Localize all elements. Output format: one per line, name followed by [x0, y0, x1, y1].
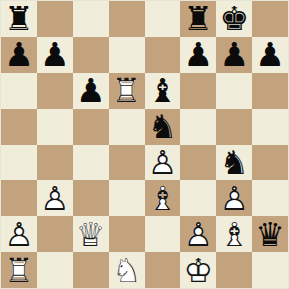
white-rook-a1[interactable]: ♜♖ [1, 252, 37, 288]
square-d1[interactable]: ♞♘ [109, 252, 145, 288]
square-h8[interactable] [252, 1, 288, 37]
square-c8[interactable] [73, 1, 109, 37]
black-pawn-h7[interactable]: ♟ [252, 37, 288, 73]
square-c6[interactable]: ♟ [73, 73, 109, 109]
square-a4[interactable] [1, 145, 37, 181]
white-pawn-a2[interactable]: ♟♙ [1, 216, 37, 252]
black-rook-f8[interactable]: ♜ [180, 1, 216, 37]
square-f4[interactable] [180, 145, 216, 181]
square-g7[interactable]: ♟ [216, 37, 252, 73]
square-g2[interactable]: ♝♗ [216, 216, 252, 252]
white-pawn-outline-icon: ♙ [1, 216, 37, 252]
square-a2[interactable]: ♟♙ [1, 216, 37, 252]
white-pawn-outline-icon: ♙ [37, 180, 73, 216]
square-c2[interactable]: ♛♕ [73, 216, 109, 252]
black-queen-h2[interactable]: ♛ [252, 216, 288, 252]
square-b1[interactable] [37, 252, 73, 288]
black-pawn-g7[interactable]: ♟ [216, 37, 252, 73]
square-e1[interactable] [145, 252, 181, 288]
square-d8[interactable] [109, 1, 145, 37]
square-d3[interactable] [109, 180, 145, 216]
square-e3[interactable]: ♝♗ [145, 180, 181, 216]
square-f2[interactable]: ♟♙ [180, 216, 216, 252]
square-h3[interactable] [252, 180, 288, 216]
white-pawn-outline-icon: ♙ [180, 216, 216, 252]
black-knight-g4[interactable]: ♞ [216, 145, 252, 181]
square-d2[interactable] [109, 216, 145, 252]
black-pawn-c6[interactable]: ♟ [73, 73, 109, 109]
square-c1[interactable] [73, 252, 109, 288]
square-a3[interactable] [1, 180, 37, 216]
white-rook-outline-icon: ♖ [1, 252, 37, 288]
square-a5[interactable] [1, 109, 37, 145]
square-h4[interactable] [252, 145, 288, 181]
white-pawn-b3[interactable]: ♟♙ [37, 180, 73, 216]
black-king-g8[interactable]: ♚ [216, 1, 252, 37]
square-a1[interactable]: ♜♖ [1, 252, 37, 288]
white-queen-c2[interactable]: ♛♕ [73, 216, 109, 252]
square-e6[interactable]: ♝ [145, 73, 181, 109]
square-f7[interactable]: ♟ [180, 37, 216, 73]
black-pawn-f7[interactable]: ♟ [180, 37, 216, 73]
square-c4[interactable] [73, 145, 109, 181]
white-king-f1[interactable]: ♚♔ [180, 252, 216, 288]
white-bishop-outline-icon: ♗ [145, 180, 181, 216]
white-bishop-outline-icon: ♗ [216, 216, 252, 252]
black-pawn-b7[interactable]: ♟ [37, 37, 73, 73]
white-rook-outline-icon: ♖ [109, 73, 145, 109]
square-d6[interactable]: ♜♖ [109, 73, 145, 109]
square-c5[interactable] [73, 109, 109, 145]
black-pawn-a7[interactable]: ♟ [1, 37, 37, 73]
white-rook-d6[interactable]: ♜♖ [109, 73, 145, 109]
square-g1[interactable] [216, 252, 252, 288]
square-c7[interactable] [73, 37, 109, 73]
square-h6[interactable] [252, 73, 288, 109]
white-pawn-g3[interactable]: ♟♙ [216, 180, 252, 216]
square-b2[interactable] [37, 216, 73, 252]
white-queen-outline-icon: ♕ [73, 216, 109, 252]
square-e7[interactable] [145, 37, 181, 73]
square-b3[interactable]: ♟♙ [37, 180, 73, 216]
square-b8[interactable] [37, 1, 73, 37]
white-pawn-outline-icon: ♙ [216, 180, 252, 216]
black-rook-a8[interactable]: ♜ [1, 1, 37, 37]
black-bishop-e6[interactable]: ♝ [145, 73, 181, 109]
square-h5[interactable] [252, 109, 288, 145]
square-g8[interactable]: ♚ [216, 1, 252, 37]
square-d7[interactable] [109, 37, 145, 73]
square-g6[interactable] [216, 73, 252, 109]
white-knight-outline-icon: ♘ [109, 252, 145, 288]
square-b6[interactable] [37, 73, 73, 109]
square-h2[interactable]: ♛ [252, 216, 288, 252]
square-d5[interactable] [109, 109, 145, 145]
square-h1[interactable] [252, 252, 288, 288]
square-e4[interactable]: ♟♙ [145, 145, 181, 181]
square-e8[interactable] [145, 1, 181, 37]
square-a7[interactable]: ♟ [1, 37, 37, 73]
white-pawn-outline-icon: ♙ [145, 145, 181, 181]
square-f6[interactable] [180, 73, 216, 109]
square-h7[interactable]: ♟ [252, 37, 288, 73]
square-g4[interactable]: ♞ [216, 145, 252, 181]
square-a6[interactable] [1, 73, 37, 109]
white-knight-d1[interactable]: ♞♘ [109, 252, 145, 288]
square-a8[interactable]: ♜ [1, 1, 37, 37]
white-pawn-e4[interactable]: ♟♙ [145, 145, 181, 181]
black-knight-e5[interactable]: ♞ [145, 109, 181, 145]
square-b4[interactable] [37, 145, 73, 181]
square-g5[interactable] [216, 109, 252, 145]
square-d4[interactable] [109, 145, 145, 181]
white-bishop-g2[interactable]: ♝♗ [216, 216, 252, 252]
square-e2[interactable] [145, 216, 181, 252]
white-pawn-f2[interactable]: ♟♙ [180, 216, 216, 252]
white-bishop-e3[interactable]: ♝♗ [145, 180, 181, 216]
square-f5[interactable] [180, 109, 216, 145]
square-e5[interactable]: ♞ [145, 109, 181, 145]
white-king-outline-icon: ♔ [180, 252, 216, 288]
square-f3[interactable] [180, 180, 216, 216]
chess-board: ♜♜♚♟♟♟♟♟♟♜♖♝♞♟♙♞♟♙♝♗♟♙♟♙♛♕♟♙♝♗♛♜♖♞♘♚♔ [0, 0, 289, 289]
square-b7[interactable]: ♟ [37, 37, 73, 73]
square-f8[interactable]: ♜ [180, 1, 216, 37]
square-g3[interactable]: ♟♙ [216, 180, 252, 216]
square-c3[interactable] [73, 180, 109, 216]
square-f1[interactable]: ♚♔ [180, 252, 216, 288]
square-b5[interactable] [37, 109, 73, 145]
